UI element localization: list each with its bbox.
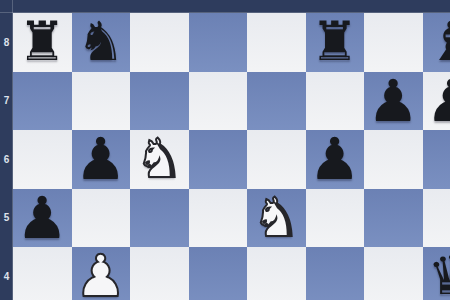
- square-f6[interactable]: ♟: [306, 130, 365, 189]
- square-b6[interactable]: ♟: [72, 130, 131, 189]
- rank-label-8: 8: [0, 13, 13, 72]
- piece-black-pawn-a5[interactable]: ♟: [13, 189, 72, 248]
- square-h8[interactable]: ♝: [423, 13, 450, 72]
- square-d4[interactable]: [189, 247, 248, 300]
- square-g4[interactable]: [364, 247, 423, 300]
- square-c4[interactable]: [130, 247, 189, 300]
- square-d5[interactable]: [189, 189, 248, 248]
- square-b4[interactable]: ♟: [72, 247, 131, 300]
- square-e5[interactable]: ♞: [247, 189, 306, 248]
- piece-black-pawn-b6[interactable]: ♟: [72, 130, 131, 189]
- square-a7[interactable]: [13, 72, 72, 131]
- piece-white-knight-e5[interactable]: ♞: [247, 189, 306, 248]
- board-rank-gutter: 87654: [0, 0, 13, 300]
- square-e8[interactable]: [247, 13, 306, 72]
- square-c8[interactable]: [130, 13, 189, 72]
- square-d8[interactable]: [189, 13, 248, 72]
- piece-black-pawn-f6[interactable]: ♟: [306, 130, 365, 189]
- square-c6[interactable]: ♞: [130, 130, 189, 189]
- square-h4[interactable]: ♛: [423, 247, 450, 300]
- rank-label-6: 6: [0, 130, 13, 189]
- piece-white-pawn-b4[interactable]: ♟: [72, 247, 131, 300]
- rank-label-5: 5: [0, 189, 13, 248]
- piece-white-knight-c6[interactable]: ♞: [130, 130, 189, 189]
- square-a8[interactable]: ♜: [13, 13, 72, 72]
- square-d6[interactable]: [189, 130, 248, 189]
- chess-board-viewport: ♜♞♜♝♟♟♟♞♟♟♞♟♛ 87654: [0, 0, 450, 300]
- square-a5[interactable]: ♟: [13, 189, 72, 248]
- square-f7[interactable]: [306, 72, 365, 131]
- piece-black-queen-h4[interactable]: ♛: [423, 247, 450, 300]
- square-g7[interactable]: ♟: [364, 72, 423, 131]
- piece-black-pawn-h7[interactable]: ♟: [423, 72, 450, 131]
- square-b7[interactable]: [72, 72, 131, 131]
- piece-black-rook-f8[interactable]: ♜: [306, 13, 365, 72]
- piece-black-knight-b8[interactable]: ♞: [72, 13, 131, 72]
- square-g5[interactable]: [364, 189, 423, 248]
- square-e6[interactable]: [247, 130, 306, 189]
- rank-label-4: 4: [0, 247, 13, 300]
- square-g6[interactable]: [364, 130, 423, 189]
- board: ♜♞♜♝♟♟♟♞♟♟♞♟♛: [13, 13, 450, 300]
- square-e4[interactable]: [247, 247, 306, 300]
- square-e7[interactable]: [247, 72, 306, 131]
- square-c5[interactable]: [130, 189, 189, 248]
- piece-black-rook-a8[interactable]: ♜: [13, 13, 72, 72]
- square-g8[interactable]: [364, 13, 423, 72]
- square-a4[interactable]: [13, 247, 72, 300]
- square-f4[interactable]: [306, 247, 365, 300]
- square-b5[interactable]: [72, 189, 131, 248]
- square-h7[interactable]: ♟: [423, 72, 450, 131]
- square-h6[interactable]: [423, 130, 450, 189]
- square-h5[interactable]: [423, 189, 450, 248]
- square-d7[interactable]: [189, 72, 248, 131]
- square-f8[interactable]: ♜: [306, 13, 365, 72]
- square-f5[interactable]: [306, 189, 365, 248]
- rank-label-7: 7: [0, 72, 13, 131]
- square-b8[interactable]: ♞: [72, 13, 131, 72]
- piece-black-bishop-h8[interactable]: ♝: [423, 13, 450, 72]
- square-c7[interactable]: [130, 72, 189, 131]
- square-a6[interactable]: [13, 130, 72, 189]
- piece-black-pawn-g7[interactable]: ♟: [364, 72, 423, 131]
